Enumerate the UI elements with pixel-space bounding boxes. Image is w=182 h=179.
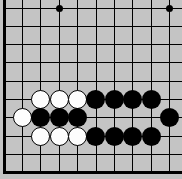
intersection-occupied [142, 90, 160, 108]
intersection-occupied [68, 90, 86, 108]
star-point [166, 5, 173, 12]
intersection-empty [105, 54, 123, 72]
intersection-empty [13, 36, 31, 54]
intersection-empty [142, 36, 160, 54]
intersection-empty [105, 164, 123, 179]
intersection-occupied [68, 127, 86, 145]
intersection-occupied [105, 90, 123, 108]
intersection-occupied [50, 109, 68, 127]
intersection-empty [0, 109, 13, 127]
intersection-empty [13, 72, 31, 90]
star-point [56, 5, 63, 12]
intersection-empty [0, 54, 13, 72]
intersection-empty [87, 164, 105, 179]
intersection-occupied [32, 109, 50, 127]
intersection-empty [87, 109, 105, 127]
intersection-empty [124, 164, 142, 179]
intersection-empty [105, 72, 123, 90]
intersection-empty [13, 0, 31, 17]
intersection-empty [0, 90, 13, 108]
intersection-occupied [105, 127, 123, 145]
black-stone [86, 127, 105, 146]
black-stone [105, 90, 124, 109]
intersection-empty [32, 54, 50, 72]
intersection-empty [105, 145, 123, 163]
intersection-empty [32, 145, 50, 163]
intersection-empty [142, 17, 160, 35]
intersection-occupied [160, 109, 178, 127]
intersection-occupied [13, 109, 31, 127]
intersection-empty [0, 164, 13, 179]
intersection-empty [13, 17, 31, 35]
black-stone [31, 108, 50, 127]
intersection-empty [0, 17, 13, 35]
intersection-empty [13, 145, 31, 163]
intersection-empty [13, 90, 31, 108]
intersection-empty [105, 109, 123, 127]
intersection-occupied [32, 127, 50, 145]
intersection-empty [142, 54, 160, 72]
intersection-occupied [87, 90, 105, 108]
intersection-empty [32, 17, 50, 35]
intersection-empty [105, 0, 123, 17]
intersection-empty [68, 72, 86, 90]
black-stone [123, 90, 142, 109]
white-stone [31, 90, 50, 109]
intersection-empty [0, 36, 13, 54]
intersection-empty [124, 109, 142, 127]
intersection-empty [68, 164, 86, 179]
intersection-star [160, 0, 178, 17]
intersection-empty [87, 36, 105, 54]
intersection-occupied [142, 127, 160, 145]
intersection-empty [87, 72, 105, 90]
intersection-empty [105, 17, 123, 35]
intersection-empty [50, 145, 68, 163]
intersection-empty [0, 72, 13, 90]
intersection-occupied [124, 127, 142, 145]
black-stone [86, 90, 105, 109]
intersection-empty [50, 17, 68, 35]
intersection-empty [142, 0, 160, 17]
intersection-empty [160, 72, 178, 90]
black-stone [123, 127, 142, 146]
intersection-grid [0, 0, 179, 179]
intersection-empty [142, 145, 160, 163]
white-stone [13, 108, 32, 127]
intersection-occupied [68, 109, 86, 127]
intersection-occupied [87, 127, 105, 145]
intersection-star [50, 0, 68, 17]
white-stone [31, 127, 50, 146]
intersection-empty [160, 90, 178, 108]
intersection-empty [32, 36, 50, 54]
intersection-empty [50, 36, 68, 54]
intersection-empty [0, 145, 13, 163]
intersection-empty [50, 54, 68, 72]
intersection-empty [32, 72, 50, 90]
intersection-occupied [124, 90, 142, 108]
intersection-empty [68, 54, 86, 72]
intersection-empty [160, 36, 178, 54]
intersection-empty [142, 164, 160, 179]
intersection-empty [160, 164, 178, 179]
intersection-empty [142, 72, 160, 90]
white-stone [68, 127, 87, 146]
intersection-empty [13, 54, 31, 72]
intersection-empty [0, 127, 13, 145]
intersection-empty [32, 0, 50, 17]
intersection-empty [160, 17, 178, 35]
black-stone [142, 127, 161, 146]
intersection-empty [0, 0, 13, 17]
intersection-empty [124, 17, 142, 35]
intersection-empty [32, 164, 50, 179]
intersection-empty [13, 164, 31, 179]
white-stone [50, 90, 69, 109]
intersection-empty [124, 36, 142, 54]
intersection-empty [87, 17, 105, 35]
intersection-empty [124, 145, 142, 163]
go-board [0, 0, 182, 179]
intersection-empty [160, 145, 178, 163]
black-stone [142, 90, 161, 109]
black-stone [68, 108, 87, 127]
intersection-occupied [50, 90, 68, 108]
intersection-empty [50, 72, 68, 90]
black-stone [160, 108, 179, 127]
intersection-empty [50, 164, 68, 179]
intersection-occupied [32, 90, 50, 108]
intersection-empty [160, 54, 178, 72]
intersection-empty [87, 0, 105, 17]
intersection-empty [105, 36, 123, 54]
intersection-empty [124, 0, 142, 17]
intersection-empty [87, 54, 105, 72]
intersection-empty [142, 109, 160, 127]
white-stone [68, 90, 87, 109]
intersection-empty [13, 127, 31, 145]
intersection-empty [68, 36, 86, 54]
intersection-empty [68, 17, 86, 35]
intersection-occupied [50, 127, 68, 145]
intersection-empty [68, 145, 86, 163]
intersection-empty [68, 0, 86, 17]
intersection-empty [124, 54, 142, 72]
intersection-empty [87, 145, 105, 163]
white-stone [50, 127, 69, 146]
intersection-empty [160, 127, 178, 145]
intersection-empty [124, 72, 142, 90]
black-stone [50, 108, 69, 127]
black-stone [105, 127, 124, 146]
